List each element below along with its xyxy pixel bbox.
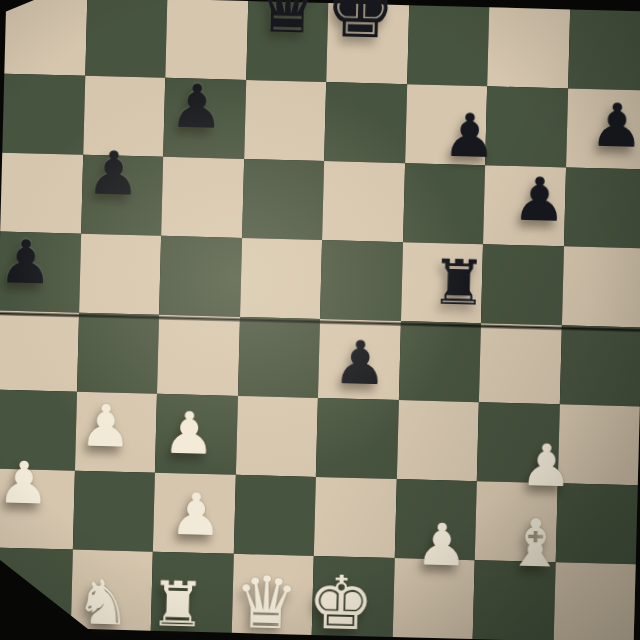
square-e3[interactable] — [316, 398, 399, 479]
square-f3[interactable] — [396, 400, 479, 481]
square-b5[interactable] — [79, 234, 162, 315]
square-c6[interactable] — [161, 157, 244, 238]
square-h6[interactable] — [563, 167, 640, 248]
piece-black-pawn-c7[interactable]: ♟ — [169, 75, 224, 136]
piece-white-pawn-g3[interactable]: ♟ — [520, 435, 574, 494]
piece-black-pawn-b6[interactable]: ♟ — [86, 142, 141, 203]
piece-white-pawn-c3[interactable]: ♟ — [162, 403, 216, 462]
square-g5[interactable] — [481, 244, 564, 325]
square-e7[interactable] — [324, 82, 407, 163]
square-c8[interactable] — [165, 0, 248, 80]
piece-white-pawn-a2[interactable]: ♟ — [0, 453, 51, 512]
square-a6[interactable] — [0, 153, 83, 234]
piece-white-pawn-f2[interactable]: ♟ — [415, 515, 469, 574]
square-h5[interactable] — [561, 246, 640, 327]
piece-black-pawn-a5[interactable]: ♟ — [0, 231, 53, 292]
square-c5[interactable] — [159, 236, 242, 317]
square-f4[interactable] — [398, 321, 481, 402]
square-c4[interactable] — [157, 315, 240, 396]
piece-black-pawn-e4[interactable]: ♟ — [332, 331, 387, 392]
piece-white-queen-d1[interactable]: ♛ — [233, 565, 299, 639]
square-d4[interactable] — [237, 317, 320, 398]
square-b8[interactable] — [85, 0, 168, 78]
square-a8[interactable] — [4, 0, 87, 76]
square-g7[interactable] — [485, 86, 568, 167]
square-e6[interactable] — [322, 161, 405, 242]
square-e2[interactable] — [314, 477, 397, 558]
chessboard-photo-scene: ♛♚♟♟♟♟♟♟♜♟♟♟♟♟♟♟♝♞♜♛♚ — [0, 0, 640, 640]
square-d5[interactable] — [240, 238, 323, 319]
square-a1[interactable] — [0, 547, 72, 628]
square-d6[interactable] — [242, 159, 325, 240]
square-g8[interactable] — [487, 7, 570, 88]
square-f8[interactable] — [407, 5, 490, 86]
square-h1[interactable] — [553, 562, 636, 640]
piece-black-pawn-f7[interactable]: ♟ — [442, 104, 497, 165]
square-a4[interactable] — [0, 311, 79, 392]
piece-white-pawn-b3[interactable]: ♟ — [79, 396, 133, 455]
piece-black-pawn-h7[interactable]: ♟ — [589, 94, 640, 155]
square-d7[interactable] — [244, 80, 327, 161]
piece-white-bishop-g2[interactable]: ♝ — [505, 510, 566, 578]
piece-white-pawn-c2[interactable]: ♟ — [169, 484, 223, 543]
square-b4[interactable] — [77, 313, 160, 394]
piece-black-pawn-g6[interactable]: ♟ — [512, 168, 567, 229]
piece-black-queen-d8[interactable]: ♛ — [252, 0, 324, 44]
piece-white-king-e1[interactable]: ♚ — [307, 564, 375, 640]
square-g4[interactable] — [479, 323, 562, 404]
square-f6[interactable] — [403, 163, 486, 244]
square-a7[interactable] — [2, 74, 85, 155]
square-h4[interactable] — [559, 325, 640, 406]
square-b2[interactable] — [72, 471, 155, 552]
piece-white-knight-b1[interactable]: ♞ — [75, 571, 132, 634]
square-d3[interactable] — [235, 396, 318, 477]
piece-black-king-e8[interactable]: ♚ — [324, 0, 396, 49]
piece-black-rook-f5[interactable]: ♜ — [430, 251, 487, 314]
square-e5[interactable] — [320, 240, 403, 321]
chess-board: ♛♚♟♟♟♟♟♟♜♟♟♟♟♟♟♟♝♞♜♛♚ — [0, 0, 640, 640]
square-d2[interactable] — [233, 475, 316, 556]
piece-white-rook-c1[interactable]: ♜ — [149, 573, 206, 636]
square-h8[interactable] — [568, 9, 640, 90]
